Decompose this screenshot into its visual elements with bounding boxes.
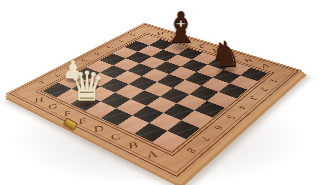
product-photo: 87654321 87654321 HGFEDCBA HGFEDCBA ♟♛♝♞ [0, 0, 320, 185]
black-knight-piece: ♞ [210, 37, 241, 72]
black-bishop-piece: ♝ [162, 7, 200, 49]
white-queen-piece: ♛ [69, 66, 105, 106]
pieces-overlay: ♟♛♝♞ [0, 0, 320, 185]
